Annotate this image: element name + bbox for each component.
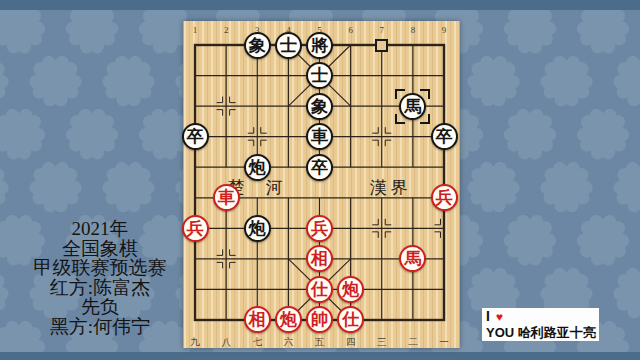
info-event: 全国象棋 — [8, 239, 192, 259]
top-band — [0, 0, 640, 10]
piece-black-elephant[interactable]: 象 — [244, 32, 271, 59]
top-coordinate-label: 2 — [224, 25, 229, 35]
top-coordinate-label: 8 — [411, 25, 416, 35]
watermark-line1: I ♥ — [486, 309, 599, 325]
top-coordinate-label: 6 — [348, 25, 353, 35]
piece-black-chariot[interactable]: 車 — [306, 123, 333, 150]
river-text-he: 河 — [266, 178, 283, 197]
piece-black-soldier[interactable]: 卒 — [431, 123, 458, 150]
bottom-coordinate-label: 七 — [253, 337, 263, 347]
bottom-coordinate-label: 三 — [377, 337, 387, 347]
piece-red-soldier[interactable]: 兵 — [306, 215, 333, 242]
video-frame: 2021年 全国象棋 甲级联赛预选赛 红方:陈富杰 先负 黑方:何伟宁 1234… — [0, 0, 640, 360]
top-coordinate-label: 9 — [442, 25, 447, 35]
piece-red-cannon[interactable]: 炮 — [337, 276, 364, 303]
piece-red-chariot[interactable]: 車 — [213, 184, 240, 211]
piece-black-cannon[interactable]: 炮 — [244, 154, 271, 181]
xiangqi-board[interactable]: 123456789九八七六五四三二一楚河漢界 象士將士象馬卒車卒炮卒炮車兵兵兵相… — [183, 21, 460, 348]
piece-black-general[interactable]: 將 — [306, 32, 333, 59]
last-move-from-marker — [375, 39, 388, 52]
info-year: 2021年 — [8, 219, 192, 239]
info-league: 甲级联赛预选赛 — [8, 258, 192, 278]
bottom-coordinate-label: 二 — [408, 337, 418, 347]
piece-red-soldier[interactable]: 兵 — [431, 184, 458, 211]
watermark-line2: YOU 哈利路亚十亮 — [486, 325, 599, 340]
piece-black-cannon[interactable]: 炮 — [244, 215, 271, 242]
river-text-jie: 界 — [391, 178, 408, 197]
bottom-coordinate-label: 九 — [190, 337, 200, 347]
heart-icon: ♥ — [496, 310, 504, 324]
info-red-player: 红方:陈富杰 — [8, 278, 192, 298]
bottom-band — [0, 352, 640, 360]
bottom-coordinate-label: 八 — [221, 337, 231, 348]
piece-black-advisor[interactable]: 士 — [306, 62, 333, 89]
piece-black-soldier[interactable]: 卒 — [182, 123, 209, 150]
watermark-box: I ♥ YOU 哈利路亚十亮 — [482, 308, 599, 341]
top-coordinate-label: 1 — [193, 25, 198, 35]
event-info-panel: 2021年 全国象棋 甲级联赛预选赛 红方:陈富杰 先负 黑方:何伟宁 — [8, 219, 192, 336]
piece-black-soldier[interactable]: 卒 — [306, 154, 333, 181]
river-text-han: 漢 — [370, 178, 387, 197]
piece-black-horse[interactable]: 馬 — [399, 93, 426, 120]
bottom-coordinate-label: 四 — [346, 337, 356, 347]
bottom-coordinate-label: 五 — [315, 337, 325, 347]
piece-black-advisor[interactable]: 士 — [275, 32, 302, 59]
top-coordinate-label: 7 — [380, 25, 385, 35]
info-black-player: 黑方:何伟宁 — [8, 317, 192, 337]
info-result: 先负 — [8, 297, 192, 317]
piece-black-elephant[interactable]: 象 — [306, 93, 333, 120]
bottom-coordinate-label: 一 — [439, 337, 449, 347]
piece-red-advisor[interactable]: 仕 — [306, 276, 333, 303]
bottom-coordinate-label: 六 — [284, 336, 294, 347]
piece-red-soldier[interactable]: 兵 — [182, 215, 209, 242]
